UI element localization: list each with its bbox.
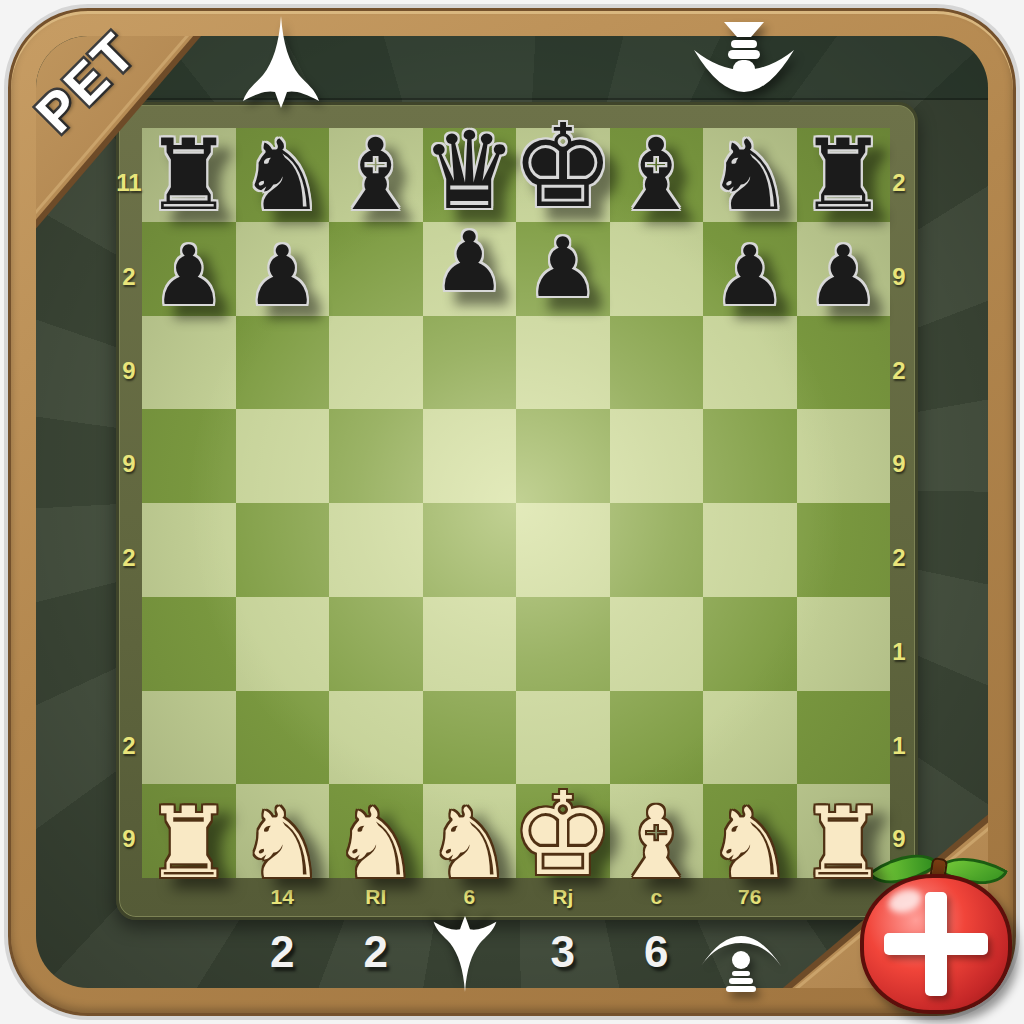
jet-down-icon[interactable] [433,916,497,992]
bottom-number: 6 [644,927,668,977]
piece-white-bishop-f1[interactable]: ♝ [610,718,704,888]
piece-white-knight-d1[interactable]: ♞ [423,718,517,888]
piece-white-king-e1[interactable]: ♚ [516,718,610,888]
piece-black-pawn-g7[interactable]: ♟ [703,144,797,314]
piece-black-pawn-d7[interactable]: ♟ [423,130,517,300]
piece-white-knight-b1[interactable]: ♞ [236,718,330,888]
piece-black-pawn-e7[interactable]: ♟ [516,136,610,306]
piece-black-bishop-c8[interactable]: ♝ [329,50,423,220]
plus-icon [884,892,988,996]
piece-black-pawn-b7[interactable]: ♟ [236,144,330,314]
bottom-number: 2 [270,927,294,977]
piece-black-pawn-h7[interactable]: ♟ [797,144,891,314]
piece-white-knight-g1[interactable]: ♞ [703,718,797,888]
piece-black-pawn-a7[interactable]: ♟ [142,144,236,314]
bottom-number: 2 [364,927,388,977]
piece-white-knight-c1[interactable]: ♞ [329,718,423,888]
piece-white-rook-a1[interactable]: ♜ [142,718,236,888]
chess-app-window: 112992292929211914RI6Rjc76 PET [0,0,1024,1024]
arc-pawn-icon[interactable] [699,916,783,994]
piece-black-bishop-f8[interactable]: ♝ [610,50,704,220]
bottom-number: 3 [551,927,575,977]
piece-white-rook-h1[interactable]: ♜ [797,718,891,888]
overlay-stage: PET 2236 [0,0,1024,1024]
